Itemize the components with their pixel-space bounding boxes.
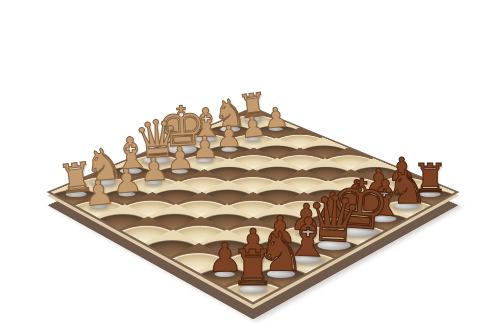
white-pawn-c2: ♟ [138,153,169,187]
black-rook-a8: ♜ [231,245,275,295]
white-pawn-e2: ♟ [191,132,219,163]
white-pawn-d2: ♟ [165,142,194,174]
chess-set-photo: ♜♞♝♛♚♝♞♜♟♟♟♟♟♟♟♟♟♟♟♟♟♟♟♟♜♞♝♛♚♝♞♜ [0,0,481,334]
white-pawn-a2: ♟ [82,174,116,211]
white-pawn-g2: ♟ [239,112,268,143]
white-pawn-h2: ♟ [262,103,289,133]
white-pawn-f2: ♟ [216,123,243,153]
white-pawn-b2: ♟ [110,163,142,198]
